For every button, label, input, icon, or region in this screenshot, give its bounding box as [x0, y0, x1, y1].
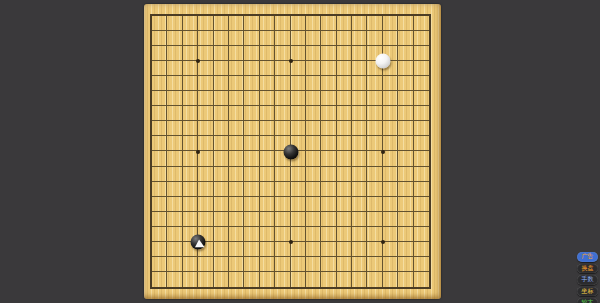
board-cell [229, 61, 244, 76]
board-cell [229, 91, 244, 106]
board-cell [183, 106, 198, 121]
board-cell [229, 167, 244, 182]
board-cell [291, 182, 306, 197]
board-cell [275, 106, 290, 121]
board-cell [367, 212, 382, 227]
board-cell [214, 197, 229, 212]
board-cell [167, 182, 182, 197]
board-cell [291, 167, 306, 182]
board-cell [152, 136, 167, 151]
board-cell [414, 91, 429, 106]
board-cell [414, 61, 429, 76]
board-cell [321, 167, 336, 182]
go-board-grid[interactable] [150, 14, 431, 289]
board-cell [214, 46, 229, 61]
star-point [381, 150, 385, 154]
board-cell [152, 212, 167, 227]
board-cell [383, 272, 398, 287]
board-cell [398, 16, 413, 31]
board-cell [152, 76, 167, 91]
board-cell [244, 197, 259, 212]
board-cell [152, 227, 167, 242]
board-cell [306, 61, 321, 76]
board-cell [244, 242, 259, 257]
board-cell [275, 182, 290, 197]
board-cell [183, 31, 198, 46]
board-cell [337, 197, 352, 212]
board-cell [198, 31, 213, 46]
board-cell [337, 272, 352, 287]
board-cell [183, 257, 198, 272]
board-cell [337, 76, 352, 91]
board-cell [414, 212, 429, 227]
board-cell [352, 76, 367, 91]
board-cell [306, 16, 321, 31]
board-cell [167, 46, 182, 61]
board-cell [229, 227, 244, 242]
board-cell [337, 46, 352, 61]
board-cell [352, 91, 367, 106]
board-cell [275, 61, 290, 76]
board-cell [275, 242, 290, 257]
board-cell [260, 272, 275, 287]
board-cell [306, 212, 321, 227]
board-cell [167, 227, 182, 242]
board-cell [321, 91, 336, 106]
board-cell [291, 242, 306, 257]
board-cell [321, 151, 336, 166]
board-cell [367, 151, 382, 166]
board-cell [367, 242, 382, 257]
board-cell [198, 212, 213, 227]
board-cell [152, 257, 167, 272]
board-cell [183, 61, 198, 76]
board-cell [183, 272, 198, 287]
board-cell [260, 61, 275, 76]
board-cell [291, 121, 306, 136]
board-cell [260, 106, 275, 121]
board-cell [183, 182, 198, 197]
board-cell [229, 197, 244, 212]
board-cell [291, 212, 306, 227]
board-cell [337, 257, 352, 272]
board-cell [306, 151, 321, 166]
board-cell [198, 272, 213, 287]
board-cell [321, 136, 336, 151]
board-cell [352, 197, 367, 212]
board-cell [291, 16, 306, 31]
board-cell [214, 91, 229, 106]
board-cell [214, 257, 229, 272]
board-cell [167, 91, 182, 106]
board-cell [167, 151, 182, 166]
board-cell [321, 121, 336, 136]
board-cell [398, 167, 413, 182]
board-cell [414, 272, 429, 287]
board-cell [291, 197, 306, 212]
board-cell [244, 151, 259, 166]
board-cell [306, 106, 321, 121]
coordinates-button[interactable]: 坐标 [577, 287, 598, 297]
board-cell [275, 16, 290, 31]
board-cell [337, 91, 352, 106]
board-cell [229, 31, 244, 46]
board-cell [214, 272, 229, 287]
board-cell [352, 212, 367, 227]
board-cell [383, 227, 398, 242]
board-cell [152, 46, 167, 61]
board-cell [167, 31, 182, 46]
board-cell [383, 106, 398, 121]
board-cell [152, 61, 167, 76]
board-cell [352, 61, 367, 76]
board-cell [198, 16, 213, 31]
board-cell [306, 227, 321, 242]
size-button[interactable]: 较大 [577, 298, 598, 303]
board-cell [183, 91, 198, 106]
board-cell [321, 76, 336, 91]
board-cell [383, 257, 398, 272]
board-cell [383, 151, 398, 166]
board-cell [352, 106, 367, 121]
board-cell [275, 31, 290, 46]
board-cell [352, 136, 367, 151]
board-cell [167, 106, 182, 121]
board-cell [275, 257, 290, 272]
board-cell [337, 227, 352, 242]
board-cell [367, 197, 382, 212]
board-cell [398, 272, 413, 287]
board-cell [167, 257, 182, 272]
board-cell [152, 167, 167, 182]
board-cell [275, 76, 290, 91]
board-cell [398, 151, 413, 166]
board-cell [367, 31, 382, 46]
board-cell [398, 121, 413, 136]
board-cell [152, 91, 167, 106]
board-cell [214, 16, 229, 31]
board-cell [244, 91, 259, 106]
board-cell [214, 242, 229, 257]
board-cell [198, 197, 213, 212]
board-cell [398, 76, 413, 91]
board-cell [352, 46, 367, 61]
board-cell [306, 76, 321, 91]
board-cell [183, 212, 198, 227]
board-cell [352, 272, 367, 287]
board-cell [398, 182, 413, 197]
board-cell [229, 16, 244, 31]
board-cell [214, 31, 229, 46]
board-cell [414, 242, 429, 257]
board-cell [337, 212, 352, 227]
board-cell [244, 106, 259, 121]
board-cell [244, 31, 259, 46]
board-cell [383, 16, 398, 31]
board-cell [275, 167, 290, 182]
board-cell [398, 91, 413, 106]
board-cell [214, 182, 229, 197]
board-cell [260, 76, 275, 91]
board-cell [306, 167, 321, 182]
board-cell [352, 16, 367, 31]
board-cell [198, 136, 213, 151]
board-cell [398, 227, 413, 242]
board-cell [260, 257, 275, 272]
board-cell [167, 242, 182, 257]
board-cell [183, 167, 198, 182]
ad-button[interactable]: 广告 [577, 252, 598, 262]
board-cell [352, 121, 367, 136]
board-cell [321, 242, 336, 257]
board-cell [229, 106, 244, 121]
board-cell [244, 16, 259, 31]
board-cell [229, 151, 244, 166]
board-cell [167, 16, 182, 31]
board-cell [244, 76, 259, 91]
board-cell [383, 121, 398, 136]
board-cell [367, 76, 382, 91]
board-cell [152, 151, 167, 166]
board-cell [260, 167, 275, 182]
go-board[interactable] [144, 4, 441, 299]
board-cell [167, 136, 182, 151]
board-cell [414, 76, 429, 91]
board-cell [321, 61, 336, 76]
board-cell [291, 272, 306, 287]
board-cell [352, 167, 367, 182]
star-point [196, 150, 200, 154]
black-stone-K10[interactable] [283, 144, 298, 159]
board-cell [367, 121, 382, 136]
board-cell [275, 121, 290, 136]
board-cell [214, 136, 229, 151]
board-cell [275, 197, 290, 212]
board-cell [291, 227, 306, 242]
board-cell [214, 61, 229, 76]
board-cell [244, 121, 259, 136]
board-cell [306, 91, 321, 106]
board-cell [383, 197, 398, 212]
last-move-triangle-icon [191, 234, 206, 249]
board-cell [291, 76, 306, 91]
board-cell [398, 61, 413, 76]
board-cell [229, 257, 244, 272]
board-cell [321, 31, 336, 46]
app-window: { "game": "go", "board": { "size": 19, "… [0, 0, 600, 303]
board-cell [398, 212, 413, 227]
board-cell [383, 182, 398, 197]
board-cell [398, 242, 413, 257]
board-cell [275, 272, 290, 287]
board-cell [306, 31, 321, 46]
board-cell [152, 31, 167, 46]
change-board-button[interactable]: 换盘 [577, 264, 598, 274]
board-cell [414, 227, 429, 242]
board-cell [167, 76, 182, 91]
board-cell [306, 197, 321, 212]
board-cell [152, 242, 167, 257]
board-cell [383, 91, 398, 106]
board-cell [414, 197, 429, 212]
board-cell [291, 31, 306, 46]
board-cell [214, 121, 229, 136]
board-cell [321, 197, 336, 212]
board-cell [337, 151, 352, 166]
board-cell [198, 257, 213, 272]
board-cell [244, 212, 259, 227]
board-cell [229, 76, 244, 91]
board-cell [337, 182, 352, 197]
board-cell [414, 182, 429, 197]
board-cell [383, 167, 398, 182]
board-cell [214, 76, 229, 91]
board-cell [167, 272, 182, 287]
board-cell [291, 46, 306, 61]
board-cell [306, 182, 321, 197]
board-cell [414, 121, 429, 136]
board-cell [321, 212, 336, 227]
board-cell [260, 121, 275, 136]
board-cell [352, 242, 367, 257]
white-stone-Q16[interactable] [375, 54, 390, 69]
board-cell [198, 76, 213, 91]
board-cell [321, 46, 336, 61]
board-cell [229, 121, 244, 136]
board-cell [167, 212, 182, 227]
board-cell [183, 16, 198, 31]
board-cell [152, 16, 167, 31]
board-cell [229, 46, 244, 61]
board-cell [337, 16, 352, 31]
board-cell [383, 136, 398, 151]
board-cell [244, 46, 259, 61]
board-cell [198, 151, 213, 166]
board-cell [260, 227, 275, 242]
board-cell [306, 121, 321, 136]
board-cell [260, 242, 275, 257]
board-cell [352, 31, 367, 46]
board-cell [214, 167, 229, 182]
board-cell [198, 91, 213, 106]
board-cell [244, 227, 259, 242]
board-cell [367, 91, 382, 106]
board-cell [321, 227, 336, 242]
board-cell [352, 182, 367, 197]
board-cell [321, 272, 336, 287]
board-cell [306, 257, 321, 272]
board-cell [152, 197, 167, 212]
board-cell [244, 272, 259, 287]
board-cell [414, 257, 429, 272]
board-cell [367, 182, 382, 197]
board-cell [414, 151, 429, 166]
board-cell [260, 197, 275, 212]
board-cell [167, 167, 182, 182]
board-cell [321, 106, 336, 121]
board-cell [337, 61, 352, 76]
board-cell [398, 31, 413, 46]
board-cell [414, 106, 429, 121]
board-cell [291, 61, 306, 76]
board-cell [306, 136, 321, 151]
board-cell [152, 272, 167, 287]
board-cell [337, 31, 352, 46]
board-cell [414, 167, 429, 182]
board-cell [152, 182, 167, 197]
board-cell [229, 182, 244, 197]
board-cell [260, 16, 275, 31]
board-cell [337, 167, 352, 182]
board-cell [152, 121, 167, 136]
board-cell [275, 91, 290, 106]
board-cell [383, 31, 398, 46]
board-cell [367, 106, 382, 121]
board-cell [214, 151, 229, 166]
board-cell [260, 91, 275, 106]
board-cell [398, 257, 413, 272]
move-numbers-button[interactable]: 手数 [577, 275, 598, 285]
board-cell [167, 121, 182, 136]
board-cell [229, 212, 244, 227]
star-point [289, 59, 293, 63]
board-cell [337, 136, 352, 151]
board-cell [321, 16, 336, 31]
board-cell [260, 212, 275, 227]
board-cell [367, 272, 382, 287]
board-cell [260, 31, 275, 46]
board-cell [244, 257, 259, 272]
board-cell [183, 121, 198, 136]
board-cell [321, 182, 336, 197]
board-cell [275, 212, 290, 227]
board-cell [337, 242, 352, 257]
board-cell [291, 106, 306, 121]
board-cell [291, 91, 306, 106]
board-cell [352, 227, 367, 242]
board-cell [352, 151, 367, 166]
board-cell [229, 136, 244, 151]
board-cell [367, 257, 382, 272]
board-cell [167, 197, 182, 212]
side-button-panel: 广告换盘手数坐标较大 [577, 252, 598, 303]
board-cell [244, 182, 259, 197]
board-cell [337, 106, 352, 121]
board-cell [260, 151, 275, 166]
board-cell [321, 257, 336, 272]
board-cell [198, 182, 213, 197]
board-cell [367, 16, 382, 31]
board-cell [414, 46, 429, 61]
board-cell [306, 46, 321, 61]
board-cell [214, 212, 229, 227]
star-point [381, 240, 385, 244]
board-cell [398, 106, 413, 121]
board-cell [367, 167, 382, 182]
black-stone-D4[interactable] [191, 234, 206, 249]
board-cell [229, 242, 244, 257]
board-cell [167, 61, 182, 76]
board-cell [183, 76, 198, 91]
star-point [289, 240, 293, 244]
board-cell [383, 212, 398, 227]
board-cell [183, 197, 198, 212]
board-cell [198, 46, 213, 61]
board-cell [198, 61, 213, 76]
board-cell [352, 257, 367, 272]
board-cell [198, 106, 213, 121]
board-cell [291, 257, 306, 272]
